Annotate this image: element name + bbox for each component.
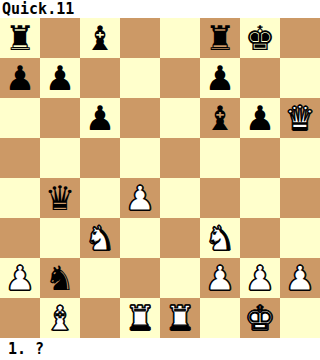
square-h2[interactable]: ♟ [280, 258, 320, 298]
square-g2[interactable]: ♟ [240, 258, 280, 298]
puzzle-title: Quick.11 [0, 0, 320, 18]
square-f1[interactable] [200, 298, 240, 338]
square-h6[interactable]: ♛ [280, 98, 320, 138]
square-f8[interactable]: ♜ [200, 18, 240, 58]
square-g3[interactable] [240, 218, 280, 258]
piece-black-king: ♚ [245, 18, 275, 58]
square-f4[interactable] [200, 178, 240, 218]
piece-white-pawn: ♟ [125, 178, 155, 218]
square-a2[interactable]: ♟ [0, 258, 40, 298]
square-e8[interactable] [160, 18, 200, 58]
square-b2[interactable]: ♞ [40, 258, 80, 298]
piece-black-rook: ♜ [5, 18, 35, 58]
piece-white-rook: ♜ [125, 298, 155, 338]
square-d8[interactable] [120, 18, 160, 58]
piece-white-knight: ♞ [85, 218, 115, 258]
piece-white-pawn: ♟ [245, 258, 275, 298]
square-e3[interactable] [160, 218, 200, 258]
square-c5[interactable] [80, 138, 120, 178]
square-g6[interactable]: ♟ [240, 98, 280, 138]
piece-black-queen: ♛ [45, 178, 75, 218]
square-b1[interactable]: ♝ [40, 298, 80, 338]
square-d5[interactable] [120, 138, 160, 178]
piece-black-bishop: ♝ [85, 18, 115, 58]
square-b4[interactable]: ♛ [40, 178, 80, 218]
move-prompt: 1. ? [0, 338, 320, 360]
square-f3[interactable]: ♞ [200, 218, 240, 258]
square-b7[interactable]: ♟ [40, 58, 80, 98]
square-c7[interactable] [80, 58, 120, 98]
square-a4[interactable] [0, 178, 40, 218]
piece-white-king: ♚ [245, 298, 275, 338]
square-g7[interactable] [240, 58, 280, 98]
square-a1[interactable] [0, 298, 40, 338]
piece-black-pawn: ♟ [5, 58, 35, 98]
piece-white-pawn: ♟ [5, 258, 35, 298]
square-e7[interactable] [160, 58, 200, 98]
square-g1[interactable]: ♚ [240, 298, 280, 338]
square-f5[interactable] [200, 138, 240, 178]
square-a6[interactable] [0, 98, 40, 138]
square-h8[interactable] [280, 18, 320, 58]
square-h4[interactable] [280, 178, 320, 218]
piece-black-pawn: ♟ [205, 58, 235, 98]
square-a3[interactable] [0, 218, 40, 258]
piece-white-pawn: ♟ [285, 258, 315, 298]
square-h3[interactable] [280, 218, 320, 258]
piece-black-rook: ♜ [205, 18, 235, 58]
piece-white-queen: ♛ [285, 98, 315, 138]
square-c3[interactable]: ♞ [80, 218, 120, 258]
square-c6[interactable]: ♟ [80, 98, 120, 138]
square-e6[interactable] [160, 98, 200, 138]
piece-black-pawn: ♟ [245, 98, 275, 138]
piece-black-knight: ♞ [45, 258, 75, 298]
square-h7[interactable] [280, 58, 320, 98]
square-h5[interactable] [280, 138, 320, 178]
square-c2[interactable] [80, 258, 120, 298]
square-g8[interactable]: ♚ [240, 18, 280, 58]
piece-black-pawn: ♟ [85, 98, 115, 138]
square-a7[interactable]: ♟ [0, 58, 40, 98]
square-h1[interactable] [280, 298, 320, 338]
square-c8[interactable]: ♝ [80, 18, 120, 58]
square-f7[interactable]: ♟ [200, 58, 240, 98]
square-b3[interactable] [40, 218, 80, 258]
square-c1[interactable] [80, 298, 120, 338]
piece-white-pawn: ♟ [205, 258, 235, 298]
square-g4[interactable] [240, 178, 280, 218]
square-d1[interactable]: ♜ [120, 298, 160, 338]
square-a8[interactable]: ♜ [0, 18, 40, 58]
piece-black-pawn: ♟ [45, 58, 75, 98]
square-b6[interactable] [40, 98, 80, 138]
square-e4[interactable] [160, 178, 200, 218]
piece-white-rook: ♜ [165, 298, 195, 338]
piece-white-knight: ♞ [205, 218, 235, 258]
square-d2[interactable] [120, 258, 160, 298]
square-b8[interactable] [40, 18, 80, 58]
square-f6[interactable]: ♝ [200, 98, 240, 138]
square-e2[interactable] [160, 258, 200, 298]
square-d4[interactable]: ♟ [120, 178, 160, 218]
square-d7[interactable] [120, 58, 160, 98]
square-d3[interactable] [120, 218, 160, 258]
square-b5[interactable] [40, 138, 80, 178]
chess-board: ♜♝♜♚♟♟♟♟♝♟♛♛♟♞♞♟♞♟♟♟♝♜♜♚ [0, 18, 320, 338]
square-d6[interactable] [120, 98, 160, 138]
square-g5[interactable] [240, 138, 280, 178]
square-c4[interactable] [80, 178, 120, 218]
piece-white-bishop: ♝ [45, 298, 75, 338]
square-f2[interactable]: ♟ [200, 258, 240, 298]
square-e1[interactable]: ♜ [160, 298, 200, 338]
square-a5[interactable] [0, 138, 40, 178]
square-e5[interactable] [160, 138, 200, 178]
piece-black-bishop: ♝ [205, 98, 235, 138]
